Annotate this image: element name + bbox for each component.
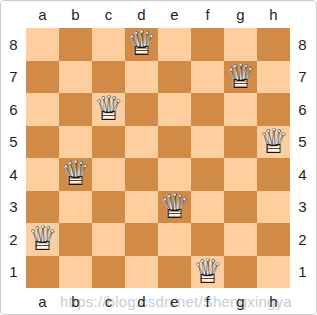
white-queen-a2: ♛♕ bbox=[26, 223, 59, 256]
square-f8 bbox=[191, 28, 224, 61]
file-label-bottom-f: f bbox=[191, 288, 224, 315]
square-a5 bbox=[26, 126, 59, 159]
white-queen-outline-glyph: ♕ bbox=[60, 156, 90, 190]
square-f3 bbox=[191, 191, 224, 224]
chessboard: ♛♕♛♕♛♕♛♕♛♕♛♕♛♕♛♕ bbox=[26, 28, 290, 288]
square-f1: ♛♕ bbox=[191, 256, 224, 289]
rank-label-right-5: 5 bbox=[289, 126, 316, 159]
white-queen-outline-glyph: ♕ bbox=[159, 188, 189, 222]
rank-label-right-6: 6 bbox=[289, 93, 316, 126]
square-a8 bbox=[26, 28, 59, 61]
file-label-top-b: b bbox=[59, 1, 92, 28]
square-d3 bbox=[125, 191, 158, 224]
square-d2 bbox=[125, 223, 158, 256]
square-a4 bbox=[26, 158, 59, 191]
rank-label-right-4: 4 bbox=[289, 158, 316, 191]
white-queen-c6: ♛♕ bbox=[92, 93, 125, 126]
square-h3 bbox=[257, 191, 290, 224]
white-queen-f1: ♛♕ bbox=[191, 256, 224, 289]
square-h5: ♛♕ bbox=[257, 126, 290, 159]
square-g7: ♛♕ bbox=[224, 61, 257, 94]
square-g1 bbox=[224, 256, 257, 289]
square-c5 bbox=[92, 126, 125, 159]
white-queen-g7: ♛♕ bbox=[224, 61, 257, 94]
rank-label-right-7: 7 bbox=[289, 61, 316, 94]
file-label-top-e: e bbox=[158, 1, 191, 28]
square-f5 bbox=[191, 126, 224, 159]
square-d8: ♛♕ bbox=[125, 28, 158, 61]
square-f7 bbox=[191, 61, 224, 94]
white-queen-e3: ♛♕ bbox=[158, 191, 191, 224]
square-h7 bbox=[257, 61, 290, 94]
square-c2 bbox=[92, 223, 125, 256]
square-h4 bbox=[257, 158, 290, 191]
square-c3 bbox=[92, 191, 125, 224]
rank-label-left-8: 8 bbox=[1, 28, 26, 61]
square-f6 bbox=[191, 93, 224, 126]
white-queen-d8: ♛♕ bbox=[125, 28, 158, 61]
file-label-top-h: h bbox=[257, 1, 290, 28]
white-queen-outline-glyph: ♕ bbox=[192, 253, 222, 287]
rank-label-left-2: 2 bbox=[1, 223, 26, 256]
file-label-bottom-h: h bbox=[257, 288, 290, 315]
file-label-top-c: c bbox=[92, 1, 125, 28]
square-e6 bbox=[158, 93, 191, 126]
rank-labels-left: 87654321 bbox=[1, 28, 26, 288]
square-c1 bbox=[92, 256, 125, 289]
square-b3 bbox=[59, 191, 92, 224]
chess-diagram-frame: abcdefgh 87654321 ♛♕♛♕♛♕♛♕♛♕♛♕♛♕♛♕ 87654… bbox=[0, 0, 317, 315]
square-g6 bbox=[224, 93, 257, 126]
square-e7 bbox=[158, 61, 191, 94]
rank-label-right-1: 1 bbox=[289, 256, 316, 289]
square-a2: ♛♕ bbox=[26, 223, 59, 256]
square-d1 bbox=[125, 256, 158, 289]
rank-labels-right: 87654321 bbox=[289, 28, 316, 288]
rank-label-left-1: 1 bbox=[1, 256, 26, 289]
square-e3: ♛♕ bbox=[158, 191, 191, 224]
square-c8 bbox=[92, 28, 125, 61]
file-labels-bottom: abcdefgh bbox=[26, 288, 290, 315]
file-label-top-a: a bbox=[26, 1, 59, 28]
file-label-bottom-e: e bbox=[158, 288, 191, 315]
square-a6 bbox=[26, 93, 59, 126]
square-h2 bbox=[257, 223, 290, 256]
square-d5 bbox=[125, 126, 158, 159]
white-queen-outline-glyph: ♕ bbox=[258, 123, 288, 157]
file-label-top-g: g bbox=[224, 1, 257, 28]
rank-label-right-2: 2 bbox=[289, 223, 316, 256]
square-g3 bbox=[224, 191, 257, 224]
square-d7 bbox=[125, 61, 158, 94]
white-queen-outline-glyph: ♕ bbox=[93, 91, 123, 125]
square-e5 bbox=[158, 126, 191, 159]
rank-label-left-6: 6 bbox=[1, 93, 26, 126]
square-c4 bbox=[92, 158, 125, 191]
file-label-bottom-d: d bbox=[125, 288, 158, 315]
white-queen-outline-glyph: ♕ bbox=[27, 221, 57, 255]
rank-label-left-5: 5 bbox=[1, 126, 26, 159]
square-a7 bbox=[26, 61, 59, 94]
white-queen-h5: ♛♕ bbox=[257, 126, 290, 159]
rank-label-right-3: 3 bbox=[289, 191, 316, 224]
square-e1 bbox=[158, 256, 191, 289]
file-label-top-f: f bbox=[191, 1, 224, 28]
square-b8 bbox=[59, 28, 92, 61]
file-labels-top: abcdefgh bbox=[26, 1, 290, 28]
rank-label-right-8: 8 bbox=[289, 28, 316, 61]
square-e2 bbox=[158, 223, 191, 256]
square-b6 bbox=[59, 93, 92, 126]
white-queen-outline-glyph: ♕ bbox=[126, 26, 156, 60]
white-queen-b4: ♛♕ bbox=[59, 158, 92, 191]
square-a1 bbox=[26, 256, 59, 289]
square-b4: ♛♕ bbox=[59, 158, 92, 191]
square-b7 bbox=[59, 61, 92, 94]
file-label-bottom-c: c bbox=[92, 288, 125, 315]
white-queen-outline-glyph: ♕ bbox=[225, 58, 255, 92]
rank-label-left-7: 7 bbox=[1, 61, 26, 94]
square-f4 bbox=[191, 158, 224, 191]
square-b1 bbox=[59, 256, 92, 289]
square-g2 bbox=[224, 223, 257, 256]
square-b2 bbox=[59, 223, 92, 256]
square-g4 bbox=[224, 158, 257, 191]
file-label-bottom-b: b bbox=[59, 288, 92, 315]
square-h1 bbox=[257, 256, 290, 289]
square-h8 bbox=[257, 28, 290, 61]
rank-label-left-4: 4 bbox=[1, 158, 26, 191]
file-label-top-d: d bbox=[125, 1, 158, 28]
square-c6: ♛♕ bbox=[92, 93, 125, 126]
square-e8 bbox=[158, 28, 191, 61]
rank-label-left-3: 3 bbox=[1, 191, 26, 224]
file-label-bottom-g: g bbox=[224, 288, 257, 315]
file-label-bottom-a: a bbox=[26, 288, 59, 315]
square-d6 bbox=[125, 93, 158, 126]
square-g5 bbox=[224, 126, 257, 159]
square-d4 bbox=[125, 158, 158, 191]
